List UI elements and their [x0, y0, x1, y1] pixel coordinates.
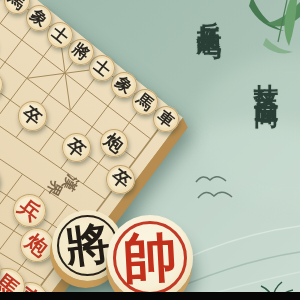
board-piece-兵: 兵 [13, 194, 46, 227]
board-piece-車: 車 [153, 106, 179, 132]
board-piece-士: 士 [47, 22, 73, 48]
calligraphy-column-1: 兵挺炮鸣 [197, 2, 221, 22]
board-piece-將: 將 [68, 39, 94, 65]
board-piece-象: 象 [111, 72, 137, 98]
board-piece-炮: 炮 [100, 129, 128, 157]
board-piece-卒: 卒 [106, 165, 136, 195]
red-general-character: 帥 [122, 230, 179, 287]
board-piece-士: 士 [89, 55, 115, 81]
board-piece-卒: 卒 [62, 133, 92, 163]
board-piece-馬: 馬 [132, 89, 158, 115]
letterbox-bar [0, 292, 300, 300]
board-piece-象: 象 [26, 5, 52, 31]
black-general-character: 將 [63, 221, 112, 270]
board-piece-炮: 炮 [20, 228, 54, 262]
xiangqi-promo-scene: 楚河漢界 車馬象士將士象馬車炮炮卒卒卒卒兵兵兵炮仕相馬車 將 帥 兵挺炮鸣 技艺… [0, 0, 300, 300]
board-piece-卒: 卒 [0, 70, 3, 100]
red-general-piece: 帥 [107, 215, 193, 300]
board-piece-卒: 卒 [18, 101, 48, 131]
calligraphy-column-2: 技艺盖世间 [254, 64, 278, 89]
